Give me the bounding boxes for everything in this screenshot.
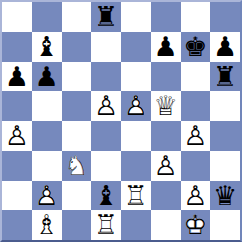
- square-c1[interactable]: [62, 210, 92, 240]
- square-d6[interactable]: [91, 62, 121, 92]
- square-d5[interactable]: ♟♙: [91, 91, 121, 121]
- square-e6[interactable]: [121, 62, 151, 92]
- square-a5[interactable]: [2, 91, 32, 121]
- square-c8[interactable]: [62, 2, 92, 32]
- white-queen-icon[interactable]: ♛♕: [151, 91, 181, 121]
- white-knight-icon[interactable]: ♞♘: [62, 151, 92, 181]
- square-d7[interactable]: [91, 32, 121, 62]
- square-b7[interactable]: ♝: [32, 32, 62, 62]
- black-pawn-icon[interactable]: ♟: [2, 62, 32, 92]
- square-d2[interactable]: ♝: [91, 181, 121, 211]
- white-rook-icon[interactable]: ♜♖: [121, 181, 151, 211]
- white-king-icon[interactable]: ♚♔: [181, 210, 211, 240]
- square-f5[interactable]: ♛♕: [151, 91, 181, 121]
- square-a7[interactable]: [2, 32, 32, 62]
- square-d8[interactable]: ♜: [91, 2, 121, 32]
- square-e1[interactable]: [121, 210, 151, 240]
- white-pawn-icon-outline: ♙: [181, 181, 211, 211]
- square-f6[interactable]: [151, 62, 181, 92]
- square-a2[interactable]: [2, 181, 32, 211]
- square-h4[interactable]: [210, 121, 240, 151]
- square-g5[interactable]: [181, 91, 211, 121]
- black-pawn-icon[interactable]: ♟: [210, 32, 240, 62]
- black-queen-icon[interactable]: ♛: [210, 181, 240, 211]
- white-pawn-icon[interactable]: ♟♙: [2, 121, 32, 151]
- square-h8[interactable]: [210, 2, 240, 32]
- white-pawn-icon-outline: ♙: [2, 121, 32, 151]
- square-g4[interactable]: ♟♙: [181, 121, 211, 151]
- square-g2[interactable]: ♟♙: [181, 181, 211, 211]
- white-pawn-icon[interactable]: ♟♙: [151, 151, 181, 181]
- square-a8[interactable]: [2, 2, 32, 32]
- square-h5[interactable]: [210, 91, 240, 121]
- square-f2[interactable]: [151, 181, 181, 211]
- white-rook-icon-outline: ♖: [121, 181, 151, 211]
- square-g6[interactable]: [181, 62, 211, 92]
- square-e5[interactable]: ♟♙: [121, 91, 151, 121]
- square-g3[interactable]: [181, 151, 211, 181]
- square-b5[interactable]: [32, 91, 62, 121]
- white-rook-icon[interactable]: ♜♖: [91, 210, 121, 240]
- square-c7[interactable]: [62, 32, 92, 62]
- white-pawn-icon-outline: ♙: [151, 151, 181, 181]
- square-g8[interactable]: [181, 2, 211, 32]
- square-b8[interactable]: [32, 2, 62, 32]
- black-bishop-icon[interactable]: ♝: [91, 181, 121, 211]
- white-pawn-icon[interactable]: ♟♙: [91, 91, 121, 121]
- white-queen-icon-outline: ♕: [151, 91, 181, 121]
- white-bishop-icon-outline: ♗: [32, 210, 62, 240]
- square-a3[interactable]: [2, 151, 32, 181]
- chess-board-container: ♜♝♟♚♟♟♟♜♟♙♟♙♛♕♟♙♟♙♞♘♟♙♟♙♝♜♖♟♙♛♝♗♜♖♚♔: [0, 0, 242, 242]
- black-pawn-icon[interactable]: ♟: [151, 32, 181, 62]
- square-b2[interactable]: ♟♙: [32, 181, 62, 211]
- white-pawn-icon[interactable]: ♟♙: [121, 91, 151, 121]
- black-bishop-icon[interactable]: ♝: [32, 32, 62, 62]
- black-pawn-icon[interactable]: ♟: [32, 62, 62, 92]
- square-e3[interactable]: [121, 151, 151, 181]
- square-e2[interactable]: ♜♖: [121, 181, 151, 211]
- square-a6[interactable]: ♟: [2, 62, 32, 92]
- square-f3[interactable]: ♟♙: [151, 151, 181, 181]
- square-b6[interactable]: ♟: [32, 62, 62, 92]
- square-a1[interactable]: [2, 210, 32, 240]
- square-c2[interactable]: [62, 181, 92, 211]
- square-b4[interactable]: [32, 121, 62, 151]
- square-h3[interactable]: [210, 151, 240, 181]
- square-g7[interactable]: ♚: [181, 32, 211, 62]
- square-f7[interactable]: ♟: [151, 32, 181, 62]
- square-f1[interactable]: [151, 210, 181, 240]
- square-h7[interactable]: ♟: [210, 32, 240, 62]
- square-e7[interactable]: [121, 32, 151, 62]
- white-bishop-icon[interactable]: ♝♗: [32, 210, 62, 240]
- black-rook-icon[interactable]: ♜: [210, 62, 240, 92]
- square-b3[interactable]: [32, 151, 62, 181]
- white-pawn-icon-outline: ♙: [181, 121, 211, 151]
- square-f4[interactable]: [151, 121, 181, 151]
- white-pawn-icon[interactable]: ♟♙: [32, 181, 62, 211]
- black-king-icon[interactable]: ♚: [181, 32, 211, 62]
- white-king-icon-outline: ♔: [181, 210, 211, 240]
- square-a4[interactable]: ♟♙: [2, 121, 32, 151]
- white-pawn-icon-outline: ♙: [121, 91, 151, 121]
- square-d3[interactable]: [91, 151, 121, 181]
- square-c6[interactable]: [62, 62, 92, 92]
- black-rook-icon[interactable]: ♜: [91, 2, 121, 32]
- white-pawn-icon-outline: ♙: [91, 91, 121, 121]
- square-f8[interactable]: [151, 2, 181, 32]
- white-rook-icon-outline: ♖: [91, 210, 121, 240]
- white-knight-icon-outline: ♘: [62, 151, 92, 181]
- chess-board: ♜♝♟♚♟♟♟♜♟♙♟♙♛♕♟♙♟♙♞♘♟♙♟♙♝♜♖♟♙♛♝♗♜♖♚♔: [0, 0, 242, 242]
- square-g1[interactable]: ♚♔: [181, 210, 211, 240]
- square-d4[interactable]: [91, 121, 121, 151]
- square-e4[interactable]: [121, 121, 151, 151]
- square-c5[interactable]: [62, 91, 92, 121]
- square-h1[interactable]: [210, 210, 240, 240]
- white-pawn-icon[interactable]: ♟♙: [181, 181, 211, 211]
- square-c3[interactable]: ♞♘: [62, 151, 92, 181]
- square-h2[interactable]: ♛: [210, 181, 240, 211]
- square-d1[interactable]: ♜♖: [91, 210, 121, 240]
- square-b1[interactable]: ♝♗: [32, 210, 62, 240]
- square-c4[interactable]: [62, 121, 92, 151]
- white-pawn-icon-outline: ♙: [32, 181, 62, 211]
- square-h6[interactable]: ♜: [210, 62, 240, 92]
- square-e8[interactable]: [121, 2, 151, 32]
- white-pawn-icon[interactable]: ♟♙: [181, 121, 211, 151]
